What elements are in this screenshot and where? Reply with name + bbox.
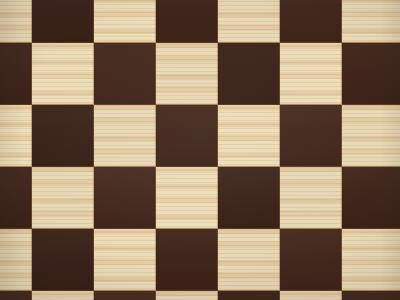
chessboard-photo bbox=[0, 0, 400, 300]
square-b8[interactable] bbox=[32, 0, 94, 43]
square-c5[interactable] bbox=[94, 167, 156, 229]
square-b6[interactable] bbox=[32, 105, 94, 167]
square-b7[interactable] bbox=[32, 43, 94, 105]
square-d7[interactable] bbox=[156, 43, 218, 105]
square-d4[interactable] bbox=[156, 229, 218, 291]
square-f7[interactable] bbox=[280, 43, 342, 105]
square-e8[interactable] bbox=[218, 0, 280, 43]
square-d6[interactable] bbox=[156, 105, 218, 167]
square-d3[interactable] bbox=[156, 291, 218, 300]
square-b3[interactable] bbox=[32, 291, 94, 300]
square-f8[interactable] bbox=[280, 0, 342, 43]
square-f6[interactable] bbox=[280, 105, 342, 167]
square-f4[interactable] bbox=[280, 229, 342, 291]
square-g7[interactable] bbox=[342, 43, 400, 105]
square-d5[interactable] bbox=[156, 167, 218, 229]
square-b5[interactable] bbox=[32, 167, 94, 229]
square-d8[interactable] bbox=[156, 0, 218, 43]
square-g5[interactable] bbox=[342, 167, 400, 229]
square-g8[interactable] bbox=[342, 0, 400, 43]
square-f3[interactable] bbox=[280, 291, 342, 300]
square-g6[interactable] bbox=[342, 105, 400, 167]
square-c7[interactable] bbox=[94, 43, 156, 105]
square-g4[interactable] bbox=[342, 229, 400, 291]
square-g3[interactable] bbox=[342, 291, 400, 300]
square-e3[interactable] bbox=[218, 291, 280, 300]
square-a7[interactable] bbox=[0, 43, 32, 105]
square-c3[interactable] bbox=[94, 291, 156, 300]
square-e7[interactable] bbox=[218, 43, 280, 105]
square-a3[interactable] bbox=[0, 291, 32, 300]
square-c6[interactable] bbox=[94, 105, 156, 167]
square-a8[interactable] bbox=[0, 0, 32, 43]
square-a6[interactable] bbox=[0, 105, 32, 167]
square-b4[interactable] bbox=[32, 229, 94, 291]
chessboard bbox=[0, 0, 400, 300]
square-c8[interactable] bbox=[94, 0, 156, 43]
square-a4[interactable] bbox=[0, 229, 32, 291]
square-c4[interactable] bbox=[94, 229, 156, 291]
square-f5[interactable] bbox=[280, 167, 342, 229]
square-a5[interactable] bbox=[0, 167, 32, 229]
square-e4[interactable] bbox=[218, 229, 280, 291]
square-e5[interactable] bbox=[218, 167, 280, 229]
square-e6[interactable] bbox=[218, 105, 280, 167]
